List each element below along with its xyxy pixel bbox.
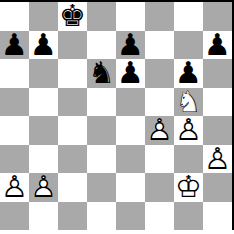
square-a7[interactable]: ♟: [0, 31, 29, 60]
black-pawn-icon: ♟: [116, 59, 145, 88]
white-pawn-icon: ♙: [145, 116, 174, 145]
piece-white-pawn[interactable]: ♟♙: [203, 145, 232, 174]
white-pawn-icon: ♙: [174, 116, 203, 145]
white-pawn-icon: ♙: [29, 173, 58, 202]
square-d4[interactable]: [87, 116, 116, 145]
square-c5[interactable]: [58, 88, 87, 117]
square-b7[interactable]: ♟: [29, 31, 58, 60]
square-c2[interactable]: [58, 173, 87, 202]
square-a6[interactable]: [0, 59, 29, 88]
square-g8[interactable]: [174, 2, 203, 31]
square-d1[interactable]: [87, 202, 116, 231]
square-d2[interactable]: [87, 173, 116, 202]
square-h3[interactable]: ♟♙: [203, 145, 232, 174]
square-f1[interactable]: [145, 202, 174, 231]
square-e2[interactable]: [116, 173, 145, 202]
square-b1[interactable]: [29, 202, 58, 231]
black-pawn-icon: ♟: [203, 31, 232, 60]
piece-white-pawn[interactable]: ♟♙: [0, 173, 29, 202]
chess-board-diagram: ♚♟♟♟♟♞♟♟♞♘♟♙♟♙♟♙♟♙♟♙♚♔: [0, 0, 234, 234]
square-d3[interactable]: [87, 145, 116, 174]
square-b5[interactable]: [29, 88, 58, 117]
square-d6[interactable]: ♞: [87, 59, 116, 88]
square-a4[interactable]: [0, 116, 29, 145]
black-knight-icon: ♞: [87, 59, 116, 88]
piece-white-pawn[interactable]: ♟♙: [145, 116, 174, 145]
square-a2[interactable]: ♟♙: [0, 173, 29, 202]
square-f6[interactable]: [145, 59, 174, 88]
square-e3[interactable]: [116, 145, 145, 174]
square-h1[interactable]: [203, 202, 232, 231]
piece-black-pawn[interactable]: ♟: [0, 31, 29, 60]
square-f4[interactable]: ♟♙: [145, 116, 174, 145]
square-g2[interactable]: ♚♔: [174, 173, 203, 202]
black-pawn-icon: ♟: [29, 31, 58, 60]
square-b6[interactable]: [29, 59, 58, 88]
piece-black-pawn[interactable]: ♟: [116, 59, 145, 88]
square-d5[interactable]: [87, 88, 116, 117]
square-h7[interactable]: ♟: [203, 31, 232, 60]
square-e6[interactable]: ♟: [116, 59, 145, 88]
square-h5[interactable]: [203, 88, 232, 117]
square-f8[interactable]: [145, 2, 174, 31]
square-h6[interactable]: [203, 59, 232, 88]
piece-white-king[interactable]: ♚♔: [174, 173, 203, 202]
piece-black-pawn[interactable]: ♟: [29, 31, 58, 60]
square-g1[interactable]: [174, 202, 203, 231]
square-h2[interactable]: [203, 173, 232, 202]
square-f3[interactable]: [145, 145, 174, 174]
square-c1[interactable]: [58, 202, 87, 231]
piece-black-knight[interactable]: ♞: [87, 59, 116, 88]
square-f2[interactable]: [145, 173, 174, 202]
square-f7[interactable]: [145, 31, 174, 60]
square-b2[interactable]: ♟♙: [29, 173, 58, 202]
square-d8[interactable]: [87, 2, 116, 31]
chess-board[interactable]: ♚♟♟♟♟♞♟♟♞♘♟♙♟♙♟♙♟♙♟♙♚♔: [0, 0, 234, 230]
piece-black-king[interactable]: ♚: [58, 2, 87, 31]
square-e1[interactable]: [116, 202, 145, 231]
square-e5[interactable]: [116, 88, 145, 117]
square-b4[interactable]: [29, 116, 58, 145]
square-e4[interactable]: [116, 116, 145, 145]
square-c6[interactable]: [58, 59, 87, 88]
square-a5[interactable]: [0, 88, 29, 117]
square-a1[interactable]: [0, 202, 29, 231]
square-c7[interactable]: [58, 31, 87, 60]
black-king-icon: ♚: [58, 2, 87, 31]
white-king-icon: ♔: [174, 173, 203, 202]
piece-black-pawn[interactable]: ♟: [203, 31, 232, 60]
square-c8[interactable]: ♚: [58, 2, 87, 31]
piece-white-pawn[interactable]: ♟♙: [174, 116, 203, 145]
piece-white-pawn[interactable]: ♟♙: [29, 173, 58, 202]
white-pawn-icon: ♙: [0, 173, 29, 202]
square-c4[interactable]: [58, 116, 87, 145]
black-pawn-icon: ♟: [0, 31, 29, 60]
square-g4[interactable]: ♟♙: [174, 116, 203, 145]
white-pawn-icon: ♙: [203, 145, 232, 174]
square-c3[interactable]: [58, 145, 87, 174]
